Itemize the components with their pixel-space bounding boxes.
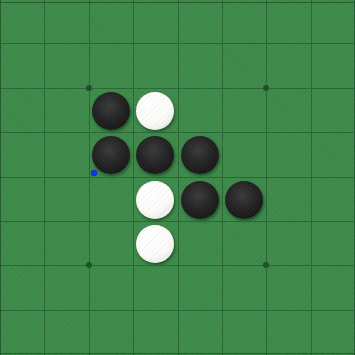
cell-a7[interactable] xyxy=(0,266,44,310)
disc-black xyxy=(92,92,130,130)
cell-c6[interactable] xyxy=(89,222,133,266)
othello-app xyxy=(0,0,355,355)
board-grid xyxy=(0,0,355,355)
cell-d8[interactable] xyxy=(133,311,177,355)
cell-b3[interactable] xyxy=(44,89,88,133)
cell-c4[interactable] xyxy=(89,133,133,177)
cell-a8[interactable] xyxy=(0,311,44,355)
cell-d2[interactable] xyxy=(133,44,177,88)
cell-a4[interactable] xyxy=(0,133,44,177)
cell-f6[interactable] xyxy=(222,222,266,266)
cell-g6[interactable] xyxy=(266,222,310,266)
cell-h6[interactable] xyxy=(311,222,355,266)
cell-b8[interactable] xyxy=(44,311,88,355)
cell-f5[interactable] xyxy=(222,178,266,222)
cell-b6[interactable] xyxy=(44,222,88,266)
cell-a6[interactable] xyxy=(0,222,44,266)
cell-f4[interactable] xyxy=(222,133,266,177)
cell-d5[interactable] xyxy=(133,178,177,222)
disc-black xyxy=(181,136,219,174)
cell-a2[interactable] xyxy=(0,44,44,88)
cell-g1[interactable] xyxy=(266,0,310,44)
cell-c1[interactable] xyxy=(89,0,133,44)
cell-d3[interactable] xyxy=(133,89,177,133)
cell-e4[interactable] xyxy=(178,133,222,177)
cell-h3[interactable] xyxy=(311,89,355,133)
cell-c3[interactable] xyxy=(89,89,133,133)
cell-f1[interactable] xyxy=(222,0,266,44)
disc-black xyxy=(181,181,219,219)
cell-e7[interactable] xyxy=(178,266,222,310)
cell-e5[interactable] xyxy=(178,178,222,222)
cell-d7[interactable] xyxy=(133,266,177,310)
cell-c2[interactable] xyxy=(89,44,133,88)
cell-d4[interactable] xyxy=(133,133,177,177)
cell-b2[interactable] xyxy=(44,44,88,88)
othello-board xyxy=(0,0,355,355)
cell-g2[interactable] xyxy=(266,44,310,88)
cell-a1[interactable] xyxy=(0,0,44,44)
cell-e3[interactable] xyxy=(178,89,222,133)
cell-b1[interactable] xyxy=(44,0,88,44)
cell-b4[interactable] xyxy=(44,133,88,177)
cell-g4[interactable] xyxy=(266,133,310,177)
cell-c5[interactable] xyxy=(89,178,133,222)
cell-b7[interactable] xyxy=(44,266,88,310)
cell-d1[interactable] xyxy=(133,0,177,44)
cell-a3[interactable] xyxy=(0,89,44,133)
cell-f2[interactable] xyxy=(222,44,266,88)
cell-d6[interactable] xyxy=(133,222,177,266)
disc-black xyxy=(136,136,174,174)
cell-h1[interactable] xyxy=(311,0,355,44)
cell-f3[interactable] xyxy=(222,89,266,133)
cell-g8[interactable] xyxy=(266,311,310,355)
cell-h4[interactable] xyxy=(311,133,355,177)
disc-white xyxy=(136,181,174,219)
cell-e6[interactable] xyxy=(178,222,222,266)
cell-g7[interactable] xyxy=(266,266,310,310)
disc-white xyxy=(136,92,174,130)
disc-white xyxy=(136,225,174,263)
cell-g3[interactable] xyxy=(266,89,310,133)
disc-black xyxy=(92,136,130,174)
cell-e2[interactable] xyxy=(178,44,222,88)
cell-h7[interactable] xyxy=(311,266,355,310)
cell-h8[interactable] xyxy=(311,311,355,355)
cell-e1[interactable] xyxy=(178,0,222,44)
cell-g5[interactable] xyxy=(266,178,310,222)
cell-b5[interactable] xyxy=(44,178,88,222)
cell-e8[interactable] xyxy=(178,311,222,355)
cell-f8[interactable] xyxy=(222,311,266,355)
cell-f7[interactable] xyxy=(222,266,266,310)
cell-a5[interactable] xyxy=(0,178,44,222)
cell-h2[interactable] xyxy=(311,44,355,88)
cell-c8[interactable] xyxy=(89,311,133,355)
cell-c7[interactable] xyxy=(89,266,133,310)
cell-h5[interactable] xyxy=(311,178,355,222)
disc-black xyxy=(225,181,263,219)
